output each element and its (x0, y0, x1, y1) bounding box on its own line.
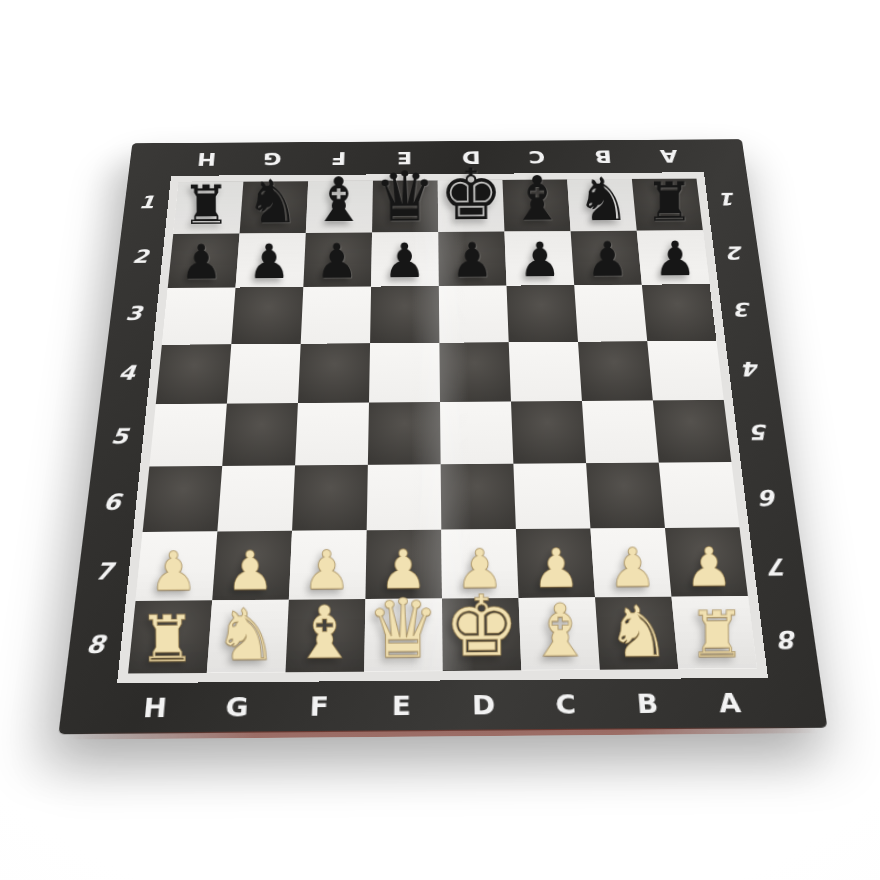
square-f1: ♝ (306, 181, 373, 233)
piece-black-pawn: ♟ (574, 235, 642, 283)
file-label-bottom-d: D (472, 690, 497, 721)
square-e5 (368, 402, 441, 465)
square-g1: ♞ (240, 181, 309, 233)
square-h2: ♟ (168, 233, 240, 288)
square-e6 (367, 464, 442, 530)
square-h3 (162, 288, 236, 345)
square-d8: ♚ (442, 598, 521, 671)
rank-label-right-3: 3 (734, 298, 753, 320)
piece-white-rook: ♜ (678, 602, 757, 667)
square-a7: ♟ (665, 527, 748, 596)
file-label-top-d: D (461, 147, 481, 167)
file-label-bottom-e: E (392, 690, 412, 721)
square-h6 (143, 466, 223, 532)
rank-label-right-1: 1 (720, 188, 738, 208)
square-g8: ♞ (207, 600, 289, 673)
square-b7: ♟ (590, 528, 671, 597)
rank-label-left-8: 8 (84, 631, 106, 660)
square-b5 (582, 400, 659, 463)
photo-backdrop: HGFEDCBA 12345678 ♜♞♝♛♚♝♞♜♟♟♟♟♟♟♟♟♟♟♟♟♟♟… (0, 0, 880, 880)
rank-label-left-5: 5 (110, 424, 130, 449)
piece-white-pawn: ♟ (671, 540, 748, 594)
rank-label-right-6: 6 (759, 484, 780, 510)
square-d2: ♟ (438, 232, 506, 286)
piece-white-knight: ♞ (206, 599, 285, 670)
piece-black-queen: ♛ (372, 162, 439, 231)
square-g6 (217, 465, 295, 531)
square-f3 (301, 287, 371, 344)
square-b8: ♞ (595, 597, 678, 670)
square-c1: ♝ (502, 180, 570, 232)
file-label-bottom-f: F (309, 691, 330, 722)
rank-label-left-1: 1 (138, 192, 156, 212)
rank-label-left-6: 6 (102, 489, 122, 515)
file-label-top-c: C (527, 147, 546, 167)
square-f8: ♝ (285, 599, 365, 672)
square-e4 (369, 343, 440, 403)
file-label-bottom-c: C (555, 689, 578, 720)
piece-black-rook: ♜ (173, 178, 240, 233)
piece-black-pawn: ♟ (641, 235, 709, 283)
square-a6 (659, 462, 740, 528)
square-c8: ♝ (519, 597, 600, 670)
square-d6 (441, 464, 516, 530)
square-a2: ♟ (637, 230, 710, 284)
square-a3 (642, 284, 717, 341)
square-c4 (509, 342, 582, 402)
piece-white-king: ♚ (442, 584, 521, 669)
rank-label-right-8: 8 (778, 625, 800, 654)
file-label-top-a: A (659, 146, 680, 166)
square-b3 (574, 285, 647, 342)
rank-label-left-3: 3 (124, 302, 143, 324)
rank-label-right-4: 4 (742, 357, 762, 380)
square-b4 (578, 341, 653, 401)
piece-black-rook: ♜ (636, 175, 702, 229)
square-b6 (586, 463, 665, 529)
piece-black-pawn: ♟ (506, 236, 574, 284)
square-h8: ♜ (128, 600, 212, 673)
square-g7: ♟ (212, 531, 292, 601)
square-f5 (295, 403, 369, 466)
square-g3 (231, 287, 303, 344)
piece-white-queen: ♛ (364, 587, 443, 670)
square-h4 (156, 344, 232, 404)
board: ♜♞♝♛♚♝♞♜♟♟♟♟♟♟♟♟♟♟♟♟♟♟♟♟♜♞♝♛♚♝♞♜ (117, 172, 768, 683)
piece-black-knight: ♞ (570, 170, 637, 230)
chess-mat: HGFEDCBA 12345678 ♜♞♝♛♚♝♞♜♟♟♟♟♟♟♟♟♟♟♟♟♟♟… (58, 139, 827, 734)
square-f2: ♟ (303, 233, 372, 288)
piece-white-pawn: ♟ (135, 544, 212, 599)
piece-black-king: ♚ (438, 159, 505, 230)
file-labels-bottom: HGFEDCBA (112, 678, 775, 734)
rank-label-right-5: 5 (750, 419, 770, 444)
rank-label-left-7: 7 (93, 558, 114, 585)
square-a8: ♜ (671, 596, 756, 669)
square-c2: ♟ (504, 231, 574, 285)
piece-black-pawn: ♟ (371, 237, 439, 285)
piece-black-pawn: ♟ (235, 238, 303, 286)
file-label-bottom-a: A (717, 688, 743, 719)
square-h5 (149, 404, 227, 467)
square-h7: ♟ (136, 531, 218, 601)
file-label-bottom-g: G (225, 692, 251, 723)
square-g5 (222, 403, 298, 466)
piece-white-rook: ♜ (128, 607, 207, 672)
square-a1: ♜ (632, 179, 703, 231)
square-e1: ♛ (372, 180, 438, 232)
piece-black-bishop: ♝ (305, 170, 372, 232)
square-h1: ♜ (173, 182, 243, 234)
piece-white-pawn: ♟ (595, 541, 672, 595)
square-d3 (439, 286, 509, 343)
piece-white-bishop: ♝ (285, 597, 364, 671)
piece-black-pawn: ♟ (303, 237, 371, 285)
square-d4 (439, 342, 511, 402)
file-label-top-h: H (195, 149, 217, 169)
piece-white-pawn: ♟ (212, 544, 289, 599)
square-f6 (292, 465, 368, 531)
piece-black-bishop: ♝ (504, 168, 571, 230)
square-f4 (298, 343, 370, 403)
file-label-bottom-b: B (636, 688, 661, 719)
file-label-top-f: F (330, 148, 347, 168)
file-label-top-b: B (593, 146, 613, 166)
square-c5 (511, 401, 586, 464)
square-c3 (507, 285, 578, 342)
file-label-top-e: E (396, 148, 412, 168)
square-d5 (440, 401, 513, 464)
square-a5 (653, 400, 732, 463)
file-label-top-g: G (262, 148, 283, 168)
rank-label-left-4: 4 (117, 362, 136, 386)
square-e8: ♛ (364, 599, 443, 672)
piece-black-pawn: ♟ (438, 236, 506, 284)
square-b2: ♟ (571, 231, 642, 285)
square-g4 (227, 344, 301, 404)
square-d1: ♚ (438, 180, 505, 232)
square-a4 (647, 341, 724, 401)
rank-label-right-2: 2 (727, 242, 746, 263)
square-b1: ♞ (567, 179, 637, 231)
rank-label-right-7: 7 (768, 553, 789, 580)
piece-black-pawn: ♟ (168, 238, 236, 286)
square-e3 (370, 286, 439, 343)
square-e2: ♟ (371, 232, 439, 287)
piece-white-knight: ♞ (599, 596, 678, 667)
file-label-bottom-h: H (142, 692, 169, 723)
piece-black-knight: ♞ (239, 172, 306, 232)
square-g2: ♟ (236, 233, 306, 288)
rank-label-left-2: 2 (131, 246, 149, 267)
square-c6 (513, 463, 590, 529)
piece-white-bishop: ♝ (521, 595, 600, 669)
